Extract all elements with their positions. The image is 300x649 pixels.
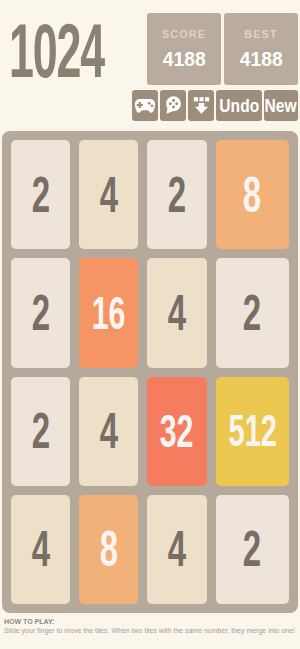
best-box: BEST 4188 (224, 13, 298, 85)
tile-value: 4 (168, 288, 186, 338)
how-to-play-body: Slide your finger to move the tiles. Whe… (4, 626, 296, 635)
tile-4: 4 (147, 495, 206, 604)
how-to-play: HOW TO PLAY: Slide your finger to move t… (4, 617, 296, 635)
tile-value: 2 (31, 170, 49, 220)
how-to-play-title: HOW TO PLAY: (4, 617, 296, 626)
scoreboard: SCORE 4188 BEST 4188 (147, 13, 298, 85)
tile-value: 512 (228, 409, 276, 453)
tile-16: 16 (79, 258, 138, 367)
tile-512: 512 (216, 377, 289, 486)
tile-8: 8 (79, 495, 138, 604)
tile-value: 2 (168, 170, 186, 220)
tile-value: 4 (100, 170, 118, 220)
tile-4: 4 (79, 377, 138, 486)
undo-button-label: Undo (219, 95, 259, 117)
tile-value: 32 (160, 408, 194, 454)
tile-2: 2 (216, 495, 289, 604)
best-value: 4188 (240, 47, 283, 71)
tile-value: 8 (100, 524, 118, 574)
app-screen: 1024 SCORE 4188 BEST 4188 (0, 0, 300, 649)
gamepad-icon (134, 97, 156, 114)
tile-2: 2 (11, 258, 70, 367)
board[interactable]: 24282164224325124842 (2, 131, 298, 613)
film-reel-icon (163, 95, 184, 116)
tile-value: 4 (31, 524, 49, 574)
tile-2: 2 (11, 140, 70, 249)
tile-2: 2 (147, 140, 206, 249)
tile-8: 8 (216, 140, 289, 249)
tile-value: 2 (243, 524, 261, 574)
tile-4: 4 (79, 140, 138, 249)
tile-value: 8 (243, 170, 261, 220)
tile-4: 4 (147, 258, 206, 367)
download-button[interactable] (188, 90, 214, 121)
download-icon (191, 95, 212, 116)
best-label: BEST (244, 28, 277, 40)
score-box: SCORE 4188 (147, 13, 221, 85)
undo-button[interactable]: Undo (216, 90, 262, 121)
film-reel-button[interactable] (160, 90, 186, 121)
tile-value: 16 (92, 290, 126, 336)
tile-value: 4 (168, 524, 186, 574)
page-title: 1024 (9, 13, 104, 89)
tile-value: 2 (31, 406, 49, 456)
tile-value: 2 (31, 288, 49, 338)
tile-2: 2 (216, 258, 289, 367)
new-game-button[interactable]: New (264, 90, 298, 121)
score-value: 4188 (163, 47, 206, 71)
new-button-label: New (265, 95, 297, 117)
tile-value: 2 (243, 288, 261, 338)
gamepad-button[interactable] (132, 90, 158, 121)
score-label: SCORE (162, 28, 206, 40)
tile-2: 2 (11, 377, 70, 486)
toolbar: Undo New (132, 90, 298, 121)
tile-4: 4 (11, 495, 70, 604)
tile-32: 32 (147, 377, 206, 486)
tile-value: 4 (100, 406, 118, 456)
